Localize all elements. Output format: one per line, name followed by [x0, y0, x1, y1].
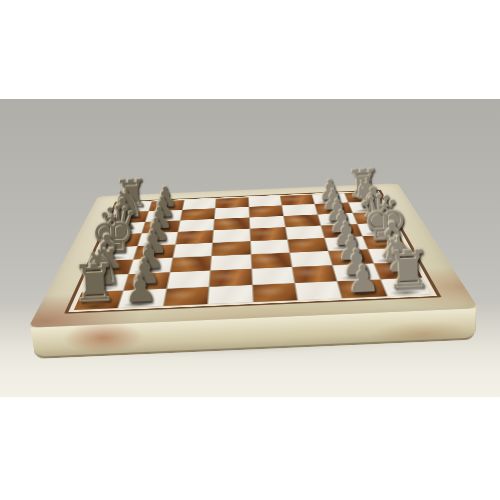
- square-b4: [249, 206, 283, 218]
- white-pawn-h2: ♟: [346, 261, 381, 298]
- black-rook-h8: ♜: [71, 259, 119, 310]
- square-e5: [212, 241, 250, 256]
- photo-scene: ♜♟♟♜♞♟♟♞♝♟♟♝♛♟♟♛♚♟♟♚♝♟♟♝♞♟♟♞♜♟♟♜: [0, 0, 500, 500]
- square-g5: [210, 269, 252, 286]
- chess-board: ♜♟♟♜♞♟♟♞♝♟♟♝♛♟♟♛♚♟♟♚♝♟♟♝♞♟♟♞♜♟♟♜: [62, 53, 437, 428]
- square-e3: [288, 238, 328, 252]
- black-pawn-h7: ♟: [123, 271, 158, 308]
- square-h4: [252, 283, 296, 302]
- square-h5: [208, 285, 252, 304]
- square-c4: [249, 216, 284, 228]
- square-h1: ♜: [381, 278, 432, 297]
- board-grid: ♜♟♟♜♞♟♟♞♝♟♟♝♛♟♟♛♚♟♟♚♝♟♟♝♞♟♟♞♜♟♟♜: [74, 192, 431, 310]
- square-g3: [293, 266, 337, 283]
- board-slab: ♜♟♟♜♞♟♟♞♝♟♟♝♛♟♟♛♚♟♟♚♝♟♟♝♞♟♟♞♜♟♟♜: [28, 183, 478, 328]
- square-d6: [176, 230, 213, 244]
- square-f4: [251, 253, 291, 269]
- square-f5: [211, 255, 251, 271]
- square-e4: [251, 240, 289, 255]
- square-b3: [282, 204, 317, 216]
- board-3d: ♜♟♟♜♞♟♟♞♝♟♟♝♛♟♟♛♚♟♟♚♝♟♟♝♞♟♟♞♜♟♟♜: [28, 183, 478, 328]
- board-front-edge: [31, 308, 476, 359]
- square-g4: [252, 267, 294, 284]
- white-rook-h1: ♜: [384, 245, 432, 296]
- square-h3: [295, 281, 341, 300]
- square-f6: [170, 256, 211, 272]
- square-f3: [290, 251, 332, 267]
- square-h8: ♜: [74, 291, 123, 310]
- square-h7: ♟: [119, 289, 166, 308]
- square-g6: [167, 271, 210, 288]
- square-d5: [213, 229, 249, 243]
- square-c3: [284, 215, 321, 227]
- board-frame: ♜♟♟♜♞♟♟♞♝♟♟♝♛♟♟♛♚♟♟♚♝♟♟♝♞♟♟♞♜♟♟♜: [64, 190, 442, 314]
- square-e6: [173, 243, 212, 258]
- square-h6: [164, 287, 209, 306]
